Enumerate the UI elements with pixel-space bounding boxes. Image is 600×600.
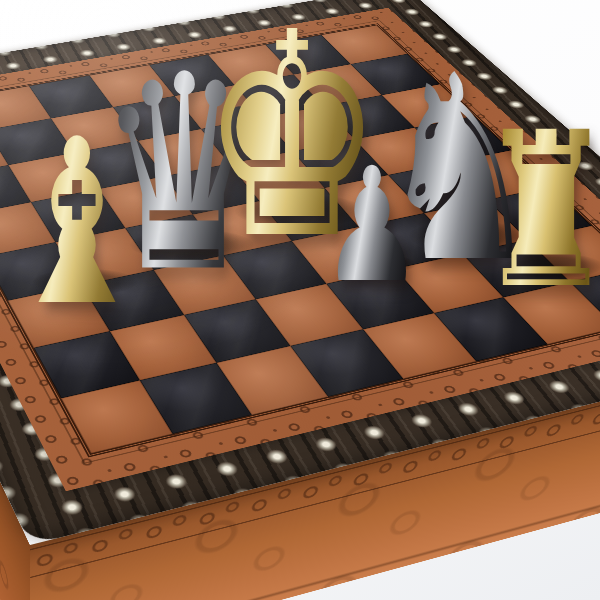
chess-set-photo: ♝♛♚♟♞♜	[0, 0, 600, 600]
rook-glyph: ♜	[477, 104, 600, 318]
pieces-layer: ♝♛♚♟♞♜	[0, 0, 600, 600]
